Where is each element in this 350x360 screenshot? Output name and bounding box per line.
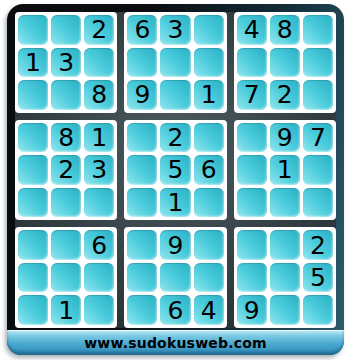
cell-r4c2[interactable]: 8	[51, 123, 81, 153]
cell-r3c9[interactable]	[303, 80, 333, 110]
cell-r8c2[interactable]	[51, 263, 81, 293]
box-3-1: 61	[15, 227, 117, 328]
cell-r1c2[interactable]	[51, 15, 81, 45]
cell-r5c4[interactable]	[127, 155, 157, 185]
cell-r2c3[interactable]	[84, 48, 114, 78]
cell-r6c7[interactable]	[237, 188, 267, 218]
box-3-2: 964	[124, 227, 226, 328]
cell-r8c6[interactable]	[194, 263, 224, 293]
sudoku-grid: 2138639148728123256197161964259	[15, 12, 336, 328]
cell-r2c2[interactable]: 3	[51, 48, 81, 78]
box-3-3: 259	[234, 227, 336, 328]
cell-r2c4[interactable]	[127, 48, 157, 78]
cell-r3c6[interactable]: 1	[194, 80, 224, 110]
cell-r2c5[interactable]	[160, 48, 190, 78]
cell-r7c9[interactable]: 2	[303, 230, 333, 260]
cell-r2c6[interactable]	[194, 48, 224, 78]
cell-r3c4[interactable]: 9	[127, 80, 157, 110]
cell-r5c1[interactable]	[18, 155, 48, 185]
cell-r4c6[interactable]	[194, 123, 224, 153]
cell-r4c9[interactable]: 7	[303, 123, 333, 153]
cell-r5c2[interactable]: 2	[51, 155, 81, 185]
cell-r2c8[interactable]	[270, 48, 300, 78]
cell-r8c5[interactable]	[160, 263, 190, 293]
cell-r2c9[interactable]	[303, 48, 333, 78]
box-2-3: 971	[234, 120, 336, 221]
cell-r4c4[interactable]	[127, 123, 157, 153]
cell-r9c4[interactable]	[127, 295, 157, 325]
box-1-1: 2138	[15, 12, 117, 113]
cell-r5c7[interactable]	[237, 155, 267, 185]
cell-r9c2[interactable]: 1	[51, 295, 81, 325]
cell-r2c7[interactable]	[237, 48, 267, 78]
cell-r1c5[interactable]: 3	[160, 15, 190, 45]
cell-r4c5[interactable]: 2	[160, 123, 190, 153]
cell-r6c1[interactable]	[18, 188, 48, 218]
cell-r8c8[interactable]	[270, 263, 300, 293]
cell-r8c4[interactable]	[127, 263, 157, 293]
cell-r5c6[interactable]: 6	[194, 155, 224, 185]
cell-r1c9[interactable]	[303, 15, 333, 45]
cell-r3c8[interactable]: 2	[270, 80, 300, 110]
cell-r6c6[interactable]	[194, 188, 224, 218]
box-1-2: 6391	[124, 12, 226, 113]
cell-r1c4[interactable]: 6	[127, 15, 157, 45]
cell-r3c5[interactable]	[160, 80, 190, 110]
cell-r7c3[interactable]: 6	[84, 230, 114, 260]
cell-r2c1[interactable]: 1	[18, 48, 48, 78]
cell-r4c7[interactable]	[237, 123, 267, 153]
website-url: www.sudokusweb.com	[84, 335, 267, 351]
cell-r6c2[interactable]	[51, 188, 81, 218]
cell-r9c5[interactable]: 6	[160, 295, 190, 325]
cell-r6c9[interactable]	[303, 188, 333, 218]
footer-band: www.sudokusweb.com	[7, 330, 344, 355]
sudoku-board-frame: 2138639148728123256197161964259 www.sudo…	[7, 4, 344, 355]
cell-r7c6[interactable]	[194, 230, 224, 260]
cell-r6c8[interactable]	[270, 188, 300, 218]
cell-r8c9[interactable]: 5	[303, 263, 333, 293]
cell-r7c1[interactable]	[18, 230, 48, 260]
cell-r3c7[interactable]: 7	[237, 80, 267, 110]
cell-r1c1[interactable]	[18, 15, 48, 45]
cell-r9c1[interactable]	[18, 295, 48, 325]
cell-r9c6[interactable]: 4	[194, 295, 224, 325]
box-2-1: 8123	[15, 120, 117, 221]
cell-r4c1[interactable]	[18, 123, 48, 153]
box-1-3: 4872	[234, 12, 336, 113]
cell-r5c9[interactable]	[303, 155, 333, 185]
cell-r7c7[interactable]	[237, 230, 267, 260]
cell-r1c7[interactable]: 4	[237, 15, 267, 45]
cell-r5c5[interactable]: 5	[160, 155, 190, 185]
cell-r9c9[interactable]	[303, 295, 333, 325]
cell-r3c1[interactable]	[18, 80, 48, 110]
cell-r8c1[interactable]	[18, 263, 48, 293]
box-2-2: 2561	[124, 120, 226, 221]
cell-r9c8[interactable]	[270, 295, 300, 325]
sudoku-page: 2138639148728123256197161964259 www.sudo…	[0, 0, 350, 360]
cell-r7c2[interactable]	[51, 230, 81, 260]
cell-r1c3[interactable]: 2	[84, 15, 114, 45]
cell-r3c3[interactable]: 8	[84, 80, 114, 110]
cell-r7c8[interactable]	[270, 230, 300, 260]
cell-r4c3[interactable]: 1	[84, 123, 114, 153]
cell-r4c8[interactable]: 9	[270, 123, 300, 153]
cell-r6c5[interactable]: 1	[160, 188, 190, 218]
cell-r3c2[interactable]	[51, 80, 81, 110]
cell-r8c7[interactable]	[237, 263, 267, 293]
cell-r8c3[interactable]	[84, 263, 114, 293]
cell-r1c6[interactable]	[194, 15, 224, 45]
cell-r7c5[interactable]: 9	[160, 230, 190, 260]
cell-r1c8[interactable]: 8	[270, 15, 300, 45]
cell-r9c7[interactable]: 9	[237, 295, 267, 325]
cell-r6c3[interactable]	[84, 188, 114, 218]
cell-r5c8[interactable]: 1	[270, 155, 300, 185]
cell-r7c4[interactable]	[127, 230, 157, 260]
cell-r6c4[interactable]	[127, 188, 157, 218]
cell-r5c3[interactable]: 3	[84, 155, 114, 185]
cell-r9c3[interactable]	[84, 295, 114, 325]
